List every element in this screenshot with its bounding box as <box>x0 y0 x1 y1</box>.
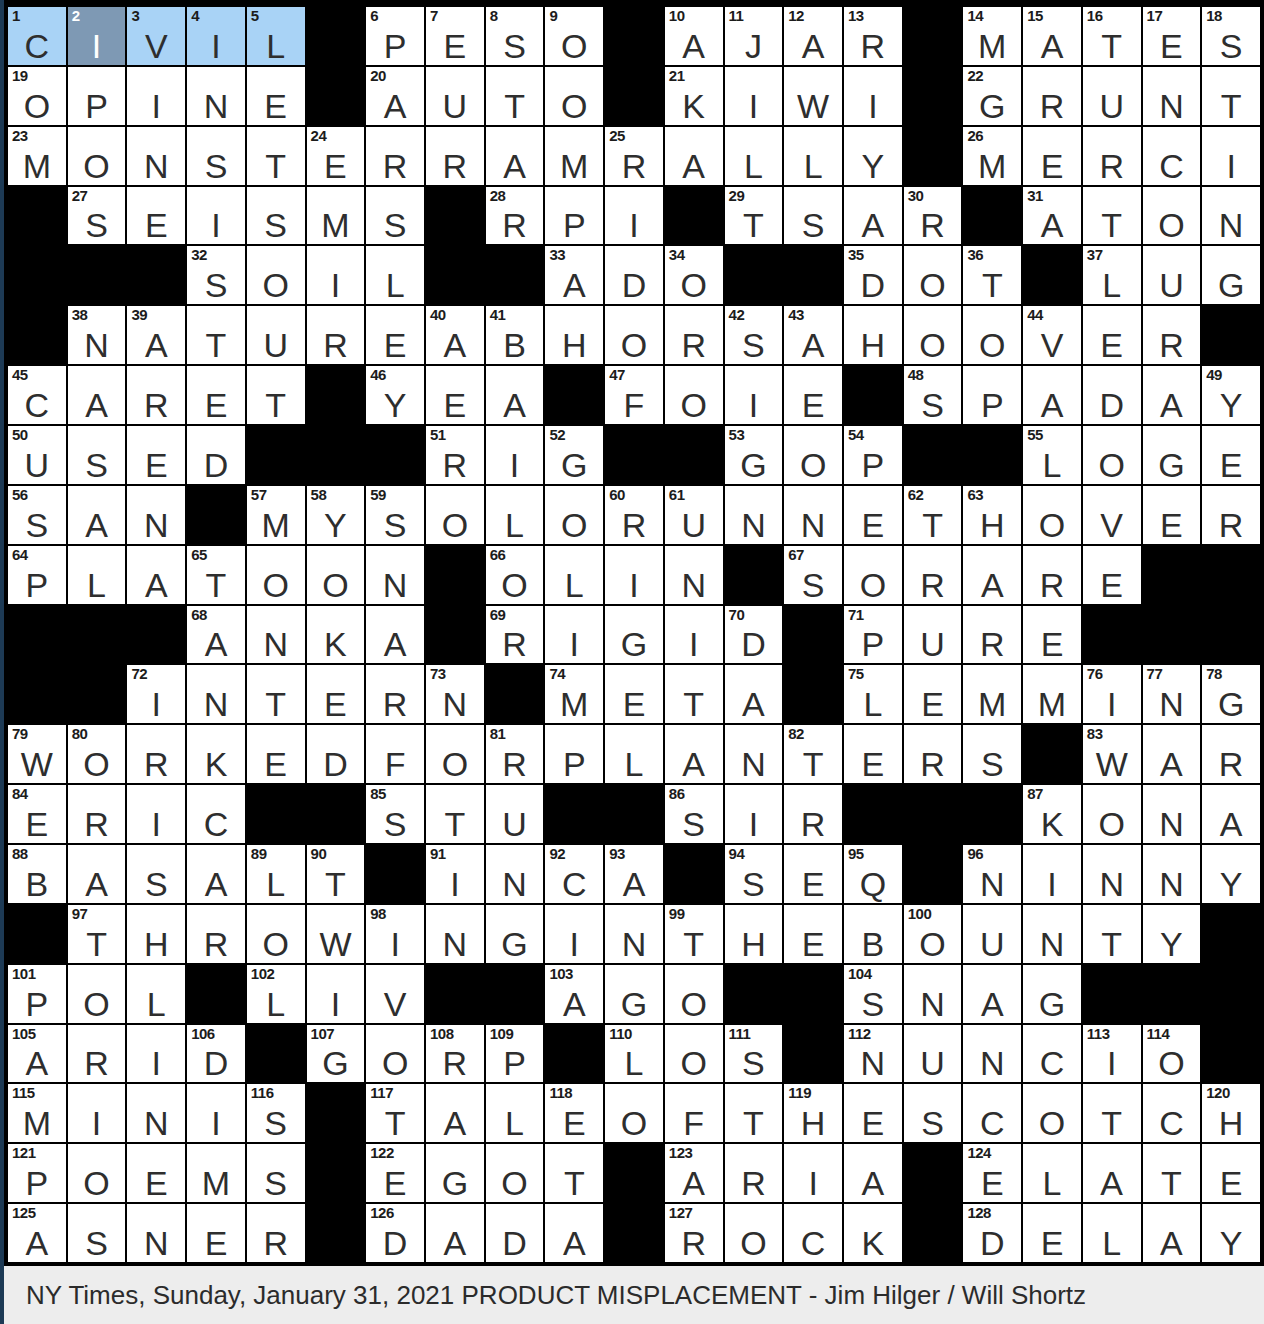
grid-cell-r9c17[interactable]: 63H <box>963 486 1021 544</box>
grid-cell-r2c15[interactable]: I <box>844 67 902 125</box>
grid-cell-r14c19[interactable]: O <box>1083 785 1141 843</box>
grid-cell-r12c8[interactable]: 73N <box>426 665 484 723</box>
grid-cell-r19c14[interactable]: 119H <box>784 1084 842 1142</box>
grid-cell-r1c1[interactable]: 1C <box>8 7 66 65</box>
grid-cell-r2c14[interactable]: W <box>784 67 842 125</box>
grid-cell-r20c5[interactable]: S <box>247 1144 305 1202</box>
grid-cell-r3c6[interactable]: 24E <box>307 127 365 185</box>
grid-cell-r3c14[interactable]: L <box>784 127 842 185</box>
grid-cell-r21c21[interactable]: Y <box>1202 1204 1260 1262</box>
grid-cell-r13c20[interactable]: A <box>1143 725 1201 783</box>
grid-cell-r21c8[interactable]: A <box>426 1204 484 1262</box>
grid-cell-r19c4[interactable]: I <box>187 1084 245 1142</box>
grid-cell-r14c14[interactable]: R <box>784 785 842 843</box>
grid-cell-r20c10[interactable]: T <box>545 1144 603 1202</box>
grid-cell-r10c17[interactable]: A <box>963 546 1021 604</box>
grid-cell-r16c8[interactable]: N <box>426 905 484 963</box>
grid-cell-r4c15[interactable]: A <box>844 187 902 245</box>
grid-cell-r6c13[interactable]: 42S <box>725 306 783 364</box>
grid-cell-r21c4[interactable]: E <box>187 1204 245 1262</box>
grid-cell-r15c4[interactable]: A <box>187 845 245 903</box>
grid-cell-r3c18[interactable]: E <box>1023 127 1081 185</box>
grid-cell-r7c13[interactable]: I <box>725 366 783 424</box>
grid-cell-r21c18[interactable]: E <box>1023 1204 1081 1262</box>
grid-cell-r10c10[interactable]: L <box>545 546 603 604</box>
grid-cell-r9c8[interactable]: O <box>426 486 484 544</box>
grid-cell-r4c21[interactable]: N <box>1202 187 1260 245</box>
grid-cell-r7c20[interactable]: A <box>1143 366 1201 424</box>
grid-cell-r16c12[interactable]: 99T <box>665 905 723 963</box>
grid-cell-r2c18[interactable]: R <box>1023 67 1081 125</box>
grid-cell-r10c16[interactable]: R <box>904 546 962 604</box>
grid-cell-r17c7[interactable]: V <box>366 965 424 1023</box>
grid-cell-r5c19[interactable]: 37L <box>1083 246 1141 304</box>
grid-cell-r11c10[interactable]: I <box>545 606 603 664</box>
grid-cell-r2c17[interactable]: 22G <box>963 67 1021 125</box>
grid-cell-r19c12[interactable]: F <box>665 1084 723 1142</box>
grid-cell-r16c7[interactable]: 98I <box>366 905 424 963</box>
grid-cell-r6c4[interactable]: T <box>187 306 245 364</box>
grid-cell-r17c1[interactable]: 101P <box>8 965 66 1023</box>
grid-cell-r16c17[interactable]: U <box>963 905 1021 963</box>
grid-cell-r9c6[interactable]: 58Y <box>307 486 365 544</box>
grid-cell-r6c9[interactable]: 41B <box>486 306 544 364</box>
grid-cell-r13c16[interactable]: R <box>904 725 962 783</box>
grid-cell-r1c5[interactable]: 5L <box>247 7 305 65</box>
grid-cell-r7c14[interactable]: E <box>784 366 842 424</box>
grid-cell-r18c4[interactable]: 106D <box>187 1025 245 1083</box>
grid-cell-r19c20[interactable]: C <box>1143 1084 1201 1142</box>
grid-cell-r15c21[interactable]: Y <box>1202 845 1260 903</box>
grid-cell-r18c20[interactable]: 114O <box>1143 1025 1201 1083</box>
grid-cell-r19c21[interactable]: 120H <box>1202 1084 1260 1142</box>
grid-cell-r10c4[interactable]: 65T <box>187 546 245 604</box>
grid-cell-r4c6[interactable]: M <box>307 187 365 245</box>
grid-cell-r1c10[interactable]: 9O <box>545 7 603 65</box>
grid-cell-r14c21[interactable]: A <box>1202 785 1260 843</box>
grid-cell-r16c20[interactable]: Y <box>1143 905 1201 963</box>
grid-cell-r13c21[interactable]: R <box>1202 725 1260 783</box>
grid-cell-r6c6[interactable]: R <box>307 306 365 364</box>
grid-cell-r11c5[interactable]: N <box>247 606 305 664</box>
grid-cell-r3c19[interactable]: R <box>1083 127 1141 185</box>
grid-cell-r12c11[interactable]: E <box>605 665 663 723</box>
grid-cell-r2c1[interactable]: 19O <box>8 67 66 125</box>
grid-cell-r21c20[interactable]: A <box>1143 1204 1201 1262</box>
grid-cell-r3c13[interactable]: L <box>725 127 783 185</box>
grid-cell-r7c17[interactable]: P <box>963 366 1021 424</box>
grid-cell-r13c13[interactable]: N <box>725 725 783 783</box>
grid-cell-r5c17[interactable]: 36T <box>963 246 1021 304</box>
grid-cell-r19c18[interactable]: O <box>1023 1084 1081 1142</box>
grid-cell-r12c21[interactable]: 78G <box>1202 665 1260 723</box>
grid-cell-r7c11[interactable]: 47F <box>605 366 663 424</box>
grid-cell-r10c7[interactable]: N <box>366 546 424 604</box>
grid-cell-r3c9[interactable]: A <box>486 127 544 185</box>
grid-cell-r12c12[interactable]: T <box>665 665 723 723</box>
grid-cell-r20c18[interactable]: L <box>1023 1144 1081 1202</box>
grid-cell-r12c3[interactable]: 72I <box>127 665 185 723</box>
grid-cell-r17c2[interactable]: O <box>68 965 126 1023</box>
grid-cell-r7c19[interactable]: D <box>1083 366 1141 424</box>
grid-cell-r9c18[interactable]: O <box>1023 486 1081 544</box>
grid-cell-r1c20[interactable]: 17E <box>1143 7 1201 65</box>
grid-cell-r8c10[interactable]: 52G <box>545 426 603 484</box>
grid-cell-r8c1[interactable]: 50U <box>8 426 66 484</box>
grid-cell-r21c12[interactable]: 127R <box>665 1204 723 1262</box>
grid-cell-r15c9[interactable]: N <box>486 845 544 903</box>
grid-cell-r13c5[interactable]: E <box>247 725 305 783</box>
grid-cell-r1c19[interactable]: 16T <box>1083 7 1141 65</box>
grid-cell-r9c5[interactable]: 57M <box>247 486 305 544</box>
grid-cell-r15c18[interactable]: I <box>1023 845 1081 903</box>
grid-cell-r16c11[interactable]: N <box>605 905 663 963</box>
grid-cell-r16c19[interactable]: T <box>1083 905 1141 963</box>
grid-cell-r1c13[interactable]: 11J <box>725 7 783 65</box>
grid-cell-r20c13[interactable]: R <box>725 1144 783 1202</box>
grid-cell-r13c3[interactable]: R <box>127 725 185 783</box>
grid-cell-r20c8[interactable]: G <box>426 1144 484 1202</box>
grid-cell-r20c2[interactable]: O <box>68 1144 126 1202</box>
grid-cell-r3c11[interactable]: 25R <box>605 127 663 185</box>
grid-cell-r12c15[interactable]: 75L <box>844 665 902 723</box>
grid-cell-r7c12[interactable]: O <box>665 366 723 424</box>
grid-cell-r2c2[interactable]: P <box>68 67 126 125</box>
grid-cell-r15c11[interactable]: 93A <box>605 845 663 903</box>
grid-cell-r13c2[interactable]: 80O <box>68 725 126 783</box>
grid-cell-r18c6[interactable]: 107G <box>307 1025 365 1083</box>
grid-cell-r10c6[interactable]: O <box>307 546 365 604</box>
grid-cell-r6c5[interactable]: U <box>247 306 305 364</box>
grid-cell-r18c18[interactable]: C <box>1023 1025 1081 1083</box>
grid-cell-r2c7[interactable]: 20A <box>366 67 424 125</box>
grid-cell-r7c3[interactable]: R <box>127 366 185 424</box>
grid-cell-r19c8[interactable]: A <box>426 1084 484 1142</box>
grid-cell-r10c5[interactable]: O <box>247 546 305 604</box>
grid-cell-r1c9[interactable]: 8S <box>486 7 544 65</box>
grid-cell-r9c14[interactable]: N <box>784 486 842 544</box>
grid-cell-r15c8[interactable]: 91I <box>426 845 484 903</box>
grid-cell-r10c3[interactable]: A <box>127 546 185 604</box>
grid-cell-r5c15[interactable]: 35D <box>844 246 902 304</box>
grid-cell-r11c6[interactable]: K <box>307 606 365 664</box>
grid-cell-r3c21[interactable]: I <box>1202 127 1260 185</box>
grid-cell-r15c20[interactable]: N <box>1143 845 1201 903</box>
grid-cell-r11c9[interactable]: 69R <box>486 606 544 664</box>
grid-cell-r14c2[interactable]: R <box>68 785 126 843</box>
grid-cell-r15c5[interactable]: 89L <box>247 845 305 903</box>
grid-cell-r21c17[interactable]: 128D <box>963 1204 1021 1262</box>
grid-cell-r7c1[interactable]: 45C <box>8 366 66 424</box>
grid-cell-r5c16[interactable]: O <box>904 246 962 304</box>
grid-cell-r4c19[interactable]: T <box>1083 187 1141 245</box>
grid-cell-r13c10[interactable]: P <box>545 725 603 783</box>
grid-cell-r6c14[interactable]: 43A <box>784 306 842 364</box>
grid-cell-r6c8[interactable]: 40A <box>426 306 484 364</box>
grid-cell-r4c9[interactable]: 28R <box>486 187 544 245</box>
grid-cell-r14c12[interactable]: 86S <box>665 785 723 843</box>
grid-cell-r19c5[interactable]: 116S <box>247 1084 305 1142</box>
grid-cell-r10c1[interactable]: 64P <box>8 546 66 604</box>
grid-cell-r16c9[interactable]: G <box>486 905 544 963</box>
grid-cell-r20c12[interactable]: 123A <box>665 1144 723 1202</box>
grid-cell-r20c3[interactable]: E <box>127 1144 185 1202</box>
grid-cell-r2c10[interactable]: O <box>545 67 603 125</box>
grid-cell-r21c1[interactable]: 125A <box>8 1204 66 1262</box>
grid-cell-r19c11[interactable]: O <box>605 1084 663 1142</box>
grid-cell-r4c14[interactable]: S <box>784 187 842 245</box>
grid-cell-r2c4[interactable]: N <box>187 67 245 125</box>
grid-cell-r15c13[interactable]: 94S <box>725 845 783 903</box>
grid-cell-r18c16[interactable]: U <box>904 1025 962 1083</box>
grid-cell-r3c2[interactable]: O <box>68 127 126 185</box>
grid-cell-r3c7[interactable]: R <box>366 127 424 185</box>
grid-cell-r8c19[interactable]: O <box>1083 426 1141 484</box>
grid-cell-r1c14[interactable]: 12A <box>784 7 842 65</box>
grid-cell-r10c19[interactable]: E <box>1083 546 1141 604</box>
grid-cell-r8c21[interactable]: E <box>1202 426 1260 484</box>
grid-cell-r15c2[interactable]: A <box>68 845 126 903</box>
grid-cell-r6c20[interactable]: R <box>1143 306 1201 364</box>
grid-cell-r21c13[interactable]: O <box>725 1204 783 1262</box>
grid-cell-r1c4[interactable]: 4I <box>187 7 245 65</box>
grid-cell-r9c16[interactable]: 62T <box>904 486 962 544</box>
grid-cell-r2c5[interactable]: E <box>247 67 305 125</box>
grid-cell-r16c10[interactable]: I <box>545 905 603 963</box>
grid-cell-r4c7[interactable]: S <box>366 187 424 245</box>
grid-cell-r17c15[interactable]: 104S <box>844 965 902 1023</box>
grid-cell-r13c8[interactable]: O <box>426 725 484 783</box>
grid-cell-r3c12[interactable]: A <box>665 127 723 185</box>
grid-cell-r15c6[interactable]: 90T <box>307 845 365 903</box>
grid-cell-r6c3[interactable]: 39A <box>127 306 185 364</box>
grid-cell-r17c11[interactable]: G <box>605 965 663 1023</box>
grid-cell-r16c6[interactable]: W <box>307 905 365 963</box>
grid-cell-r14c13[interactable]: I <box>725 785 783 843</box>
grid-cell-r8c9[interactable]: I <box>486 426 544 484</box>
grid-cell-r7c4[interactable]: E <box>187 366 245 424</box>
grid-cell-r1c2[interactable]: 2I <box>68 7 126 65</box>
grid-cell-r12c18[interactable]: M <box>1023 665 1081 723</box>
grid-cell-r15c3[interactable]: S <box>127 845 185 903</box>
grid-cell-r8c20[interactable]: G <box>1143 426 1201 484</box>
grid-cell-r7c9[interactable]: A <box>486 366 544 424</box>
grid-cell-r21c7[interactable]: 126D <box>366 1204 424 1262</box>
grid-cell-r8c13[interactable]: 53G <box>725 426 783 484</box>
grid-cell-r13c11[interactable]: L <box>605 725 663 783</box>
grid-cell-r6c12[interactable]: R <box>665 306 723 364</box>
grid-cell-r1c17[interactable]: 14M <box>963 7 1021 65</box>
grid-cell-r6c7[interactable]: E <box>366 306 424 364</box>
grid-cell-r2c20[interactable]: N <box>1143 67 1201 125</box>
grid-cell-r16c5[interactable]: O <box>247 905 305 963</box>
grid-cell-r10c11[interactable]: I <box>605 546 663 604</box>
grid-cell-r9c21[interactable]: R <box>1202 486 1260 544</box>
grid-cell-r18c13[interactable]: 111S <box>725 1025 783 1083</box>
grid-cell-r7c21[interactable]: 49Y <box>1202 366 1260 424</box>
grid-cell-r11c7[interactable]: A <box>366 606 424 664</box>
grid-cell-r14c9[interactable]: U <box>486 785 544 843</box>
grid-cell-r6c16[interactable]: O <box>904 306 962 364</box>
grid-cell-r15c1[interactable]: 88B <box>8 845 66 903</box>
grid-cell-r17c18[interactable]: G <box>1023 965 1081 1023</box>
grid-cell-r1c15[interactable]: 13R <box>844 7 902 65</box>
grid-cell-r3c8[interactable]: R <box>426 127 484 185</box>
grid-cell-r8c2[interactable]: S <box>68 426 126 484</box>
grid-cell-r19c16[interactable]: S <box>904 1084 962 1142</box>
grid-cell-r20c1[interactable]: 121P <box>8 1144 66 1202</box>
grid-cell-r9c7[interactable]: 59S <box>366 486 424 544</box>
grid-cell-r17c12[interactable]: O <box>665 965 723 1023</box>
grid-cell-r19c17[interactable]: C <box>963 1084 1021 1142</box>
grid-cell-r9c20[interactable]: E <box>1143 486 1201 544</box>
grid-cell-r9c2[interactable]: A <box>68 486 126 544</box>
grid-cell-r13c19[interactable]: 83W <box>1083 725 1141 783</box>
grid-cell-r19c13[interactable]: T <box>725 1084 783 1142</box>
grid-cell-r8c15[interactable]: 54P <box>844 426 902 484</box>
grid-cell-r4c16[interactable]: 30R <box>904 187 962 245</box>
grid-cell-r7c5[interactable]: T <box>247 366 305 424</box>
grid-cell-r15c14[interactable]: E <box>784 845 842 903</box>
grid-cell-r20c17[interactable]: 124E <box>963 1144 1021 1202</box>
grid-cell-r21c2[interactable]: S <box>68 1204 126 1262</box>
grid-cell-r17c6[interactable]: I <box>307 965 365 1023</box>
grid-cell-r9c15[interactable]: E <box>844 486 902 544</box>
grid-cell-r13c7[interactable]: F <box>366 725 424 783</box>
grid-cell-r7c8[interactable]: E <box>426 366 484 424</box>
grid-cell-r5c21[interactable]: G <box>1202 246 1260 304</box>
grid-cell-r13c6[interactable]: D <box>307 725 365 783</box>
grid-cell-r20c7[interactable]: 122E <box>366 1144 424 1202</box>
grid-cell-r5c20[interactable]: U <box>1143 246 1201 304</box>
grid-cell-r14c18[interactable]: 87K <box>1023 785 1081 843</box>
grid-cell-r3c5[interactable]: T <box>247 127 305 185</box>
grid-cell-r19c3[interactable]: N <box>127 1084 185 1142</box>
grid-cell-r18c7[interactable]: O <box>366 1025 424 1083</box>
grid-cell-r4c3[interactable]: E <box>127 187 185 245</box>
grid-cell-r13c1[interactable]: 79W <box>8 725 66 783</box>
grid-cell-r5c10[interactable]: 33A <box>545 246 603 304</box>
grid-cell-r18c19[interactable]: 113I <box>1083 1025 1141 1083</box>
grid-cell-r15c17[interactable]: 96N <box>963 845 1021 903</box>
grid-cell-r1c21[interactable]: 18S <box>1202 7 1260 65</box>
grid-cell-r17c10[interactable]: 103A <box>545 965 603 1023</box>
grid-cell-r2c8[interactable]: U <box>426 67 484 125</box>
grid-cell-r11c18[interactable]: E <box>1023 606 1081 664</box>
grid-cell-r16c15[interactable]: B <box>844 905 902 963</box>
grid-cell-r6c10[interactable]: H <box>545 306 603 364</box>
grid-cell-r19c7[interactable]: 117T <box>366 1084 424 1142</box>
grid-cell-r19c19[interactable]: T <box>1083 1084 1141 1142</box>
grid-cell-r16c14[interactable]: E <box>784 905 842 963</box>
grid-cell-r18c8[interactable]: 108R <box>426 1025 484 1083</box>
grid-cell-r15c15[interactable]: 95Q <box>844 845 902 903</box>
grid-cell-r13c12[interactable]: A <box>665 725 723 783</box>
grid-cell-r15c19[interactable]: N <box>1083 845 1141 903</box>
grid-cell-r3c17[interactable]: 26M <box>963 127 1021 185</box>
grid-cell-r17c5[interactable]: 102L <box>247 965 305 1023</box>
grid-cell-r21c19[interactable]: L <box>1083 1204 1141 1262</box>
grid-cell-r16c18[interactable]: N <box>1023 905 1081 963</box>
grid-cell-r20c21[interactable]: E <box>1202 1144 1260 1202</box>
grid-cell-r4c5[interactable]: S <box>247 187 305 245</box>
grid-cell-r20c9[interactable]: O <box>486 1144 544 1202</box>
grid-cell-r14c3[interactable]: I <box>127 785 185 843</box>
grid-cell-r19c2[interactable]: I <box>68 1084 126 1142</box>
grid-cell-r12c20[interactable]: 77N <box>1143 665 1201 723</box>
grid-cell-r9c11[interactable]: 60R <box>605 486 663 544</box>
grid-cell-r18c2[interactable]: R <box>68 1025 126 1083</box>
grid-cell-r12c4[interactable]: N <box>187 665 245 723</box>
grid-cell-r10c18[interactable]: R <box>1023 546 1081 604</box>
grid-cell-r12c6[interactable]: E <box>307 665 365 723</box>
grid-cell-r8c18[interactable]: 55L <box>1023 426 1081 484</box>
grid-cell-r1c12[interactable]: 10A <box>665 7 723 65</box>
grid-cell-r5c11[interactable]: D <box>605 246 663 304</box>
grid-cell-r9c3[interactable]: N <box>127 486 185 544</box>
grid-cell-r21c5[interactable]: R <box>247 1204 305 1262</box>
grid-cell-r6c18[interactable]: 44V <box>1023 306 1081 364</box>
grid-cell-r12c16[interactable]: E <box>904 665 962 723</box>
grid-cell-r5c5[interactable]: O <box>247 246 305 304</box>
grid-cell-r21c10[interactable]: A <box>545 1204 603 1262</box>
grid-cell-r17c3[interactable]: L <box>127 965 185 1023</box>
grid-cell-r9c12[interactable]: 61U <box>665 486 723 544</box>
grid-cell-r2c19[interactable]: U <box>1083 67 1141 125</box>
grid-cell-r4c13[interactable]: 29T <box>725 187 783 245</box>
grid-cell-r13c4[interactable]: K <box>187 725 245 783</box>
grid-cell-r20c19[interactable]: A <box>1083 1144 1141 1202</box>
grid-cell-r10c9[interactable]: 66O <box>486 546 544 604</box>
grid-cell-r12c13[interactable]: A <box>725 665 783 723</box>
grid-cell-r2c21[interactable]: T <box>1202 67 1260 125</box>
grid-cell-r18c9[interactable]: 109P <box>486 1025 544 1083</box>
grid-cell-r8c14[interactable]: O <box>784 426 842 484</box>
grid-cell-r20c20[interactable]: T <box>1143 1144 1201 1202</box>
grid-cell-r3c3[interactable]: N <box>127 127 185 185</box>
grid-cell-r7c2[interactable]: A <box>68 366 126 424</box>
grid-cell-r21c14[interactable]: C <box>784 1204 842 1262</box>
grid-cell-r11c4[interactable]: 68A <box>187 606 245 664</box>
grid-cell-r5c6[interactable]: I <box>307 246 365 304</box>
grid-cell-r9c13[interactable]: N <box>725 486 783 544</box>
grid-cell-r16c13[interactable]: H <box>725 905 783 963</box>
grid-cell-r14c7[interactable]: 85S <box>366 785 424 843</box>
grid-cell-r13c9[interactable]: 81R <box>486 725 544 783</box>
grid-cell-r20c4[interactable]: M <box>187 1144 245 1202</box>
grid-cell-r1c3[interactable]: 3V <box>127 7 185 65</box>
grid-cell-r21c15[interactable]: K <box>844 1204 902 1262</box>
grid-cell-r14c8[interactable]: T <box>426 785 484 843</box>
grid-cell-r4c2[interactable]: 27S <box>68 187 126 245</box>
grid-cell-r17c16[interactable]: N <box>904 965 962 1023</box>
grid-cell-r2c12[interactable]: 21K <box>665 67 723 125</box>
grid-cell-r9c19[interactable]: V <box>1083 486 1141 544</box>
grid-cell-r8c8[interactable]: 51R <box>426 426 484 484</box>
grid-cell-r9c9[interactable]: L <box>486 486 544 544</box>
grid-cell-r2c13[interactable]: I <box>725 67 783 125</box>
grid-cell-r13c15[interactable]: E <box>844 725 902 783</box>
grid-cell-r4c10[interactable]: P <box>545 187 603 245</box>
grid-cell-r4c4[interactable]: I <box>187 187 245 245</box>
grid-cell-r15c10[interactable]: 92C <box>545 845 603 903</box>
grid-cell-r5c7[interactable]: L <box>366 246 424 304</box>
grid-cell-r5c12[interactable]: 34O <box>665 246 723 304</box>
grid-cell-r6c15[interactable]: H <box>844 306 902 364</box>
grid-cell-r1c18[interactable]: 15A <box>1023 7 1081 65</box>
grid-cell-r3c20[interactable]: C <box>1143 127 1201 185</box>
grid-cell-r14c4[interactable]: C <box>187 785 245 843</box>
